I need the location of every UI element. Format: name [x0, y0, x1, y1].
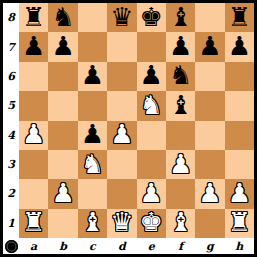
square-a5[interactable] — [19, 91, 48, 120]
black-to-move-indicator — [5, 240, 18, 253]
chess-board: 8♜♞♛♚♝♜7♟︎♟︎♟︎♟︎♟︎6♟︎♟︎♞5♞♝4♟︎♟︎♟︎3♞♟︎2♟… — [3, 3, 254, 254]
white-pawn-e2: ♟︎ — [140, 180, 163, 206]
square-c5[interactable] — [78, 91, 107, 120]
square-a7[interactable]: ♟︎ — [19, 32, 48, 61]
square-a4[interactable]: ♟︎ — [19, 121, 48, 150]
square-b7[interactable]: ♟︎ — [48, 32, 77, 61]
black-rook-h8: ♜ — [228, 4, 251, 30]
square-d3[interactable] — [107, 150, 136, 179]
white-pawn-g2: ♟︎ — [198, 180, 221, 206]
square-f3[interactable]: ♟︎ — [166, 150, 195, 179]
rank-label-7: 7 — [3, 32, 19, 61]
square-h7[interactable]: ♟︎ — [225, 32, 254, 61]
square-a6[interactable] — [19, 62, 48, 91]
file-label-b: b — [48, 238, 77, 254]
square-a1[interactable]: ♜ — [19, 209, 48, 238]
black-queen-d8: ♛ — [110, 4, 133, 30]
square-a8[interactable]: ♜ — [19, 3, 48, 32]
square-b3[interactable] — [48, 150, 77, 179]
white-pawn-a4: ♟︎ — [22, 121, 45, 147]
square-c3[interactable]: ♞ — [78, 150, 107, 179]
square-d5[interactable] — [107, 91, 136, 120]
square-e4[interactable] — [137, 121, 166, 150]
file-label-e: e — [137, 238, 166, 254]
white-pawn-d4: ♟︎ — [110, 121, 133, 147]
square-e3[interactable] — [137, 150, 166, 179]
square-f7[interactable]: ♟︎ — [166, 32, 195, 61]
square-f4[interactable] — [166, 121, 195, 150]
file-label-h: h — [225, 238, 254, 254]
file-label-g: g — [195, 238, 224, 254]
square-g1[interactable] — [195, 209, 224, 238]
black-pawn-g7: ♟︎ — [198, 33, 221, 59]
square-b2[interactable]: ♟︎ — [48, 179, 77, 208]
square-h8[interactable]: ♜ — [225, 3, 254, 32]
side-to-move-cell — [3, 238, 19, 254]
square-e5[interactable]: ♞ — [137, 91, 166, 120]
white-rook-h1: ♜ — [228, 209, 251, 235]
square-f2[interactable] — [166, 179, 195, 208]
black-pawn-a7: ♟︎ — [22, 33, 45, 59]
white-pawn-f3: ♟︎ — [169, 151, 192, 177]
square-g5[interactable] — [195, 91, 224, 120]
square-f1[interactable]: ♝ — [166, 209, 195, 238]
square-h4[interactable] — [225, 121, 254, 150]
square-b1[interactable] — [48, 209, 77, 238]
rank-label-5: 5 — [3, 91, 19, 120]
white-pawn-h2: ♟︎ — [228, 180, 251, 206]
square-e7[interactable] — [137, 32, 166, 61]
rank-label-1: 1 — [3, 209, 19, 238]
square-d1[interactable]: ♛ — [107, 209, 136, 238]
square-f6[interactable]: ♞ — [166, 62, 195, 91]
black-pawn-e6: ♟︎ — [140, 62, 163, 88]
square-g7[interactable]: ♟︎ — [195, 32, 224, 61]
file-label-c: c — [78, 238, 107, 254]
square-d4[interactable]: ♟︎ — [107, 121, 136, 150]
black-pawn-c4: ♟︎ — [81, 121, 104, 147]
white-bishop-f1: ♝ — [169, 209, 192, 235]
black-rook-a8: ♜ — [22, 4, 45, 30]
chess-diagram: 8♜♞♛♚♝♜7♟︎♟︎♟︎♟︎♟︎6♟︎♟︎♞5♞♝4♟︎♟︎♟︎3♞♟︎2♟… — [0, 0, 257, 257]
rank-label-2: 2 — [3, 179, 19, 208]
square-a2[interactable] — [19, 179, 48, 208]
square-c6[interactable]: ♟︎ — [78, 62, 107, 91]
white-queen-d1: ♛ — [110, 209, 133, 235]
square-h3[interactable] — [225, 150, 254, 179]
square-b6[interactable] — [48, 62, 77, 91]
black-knight-b8: ♞ — [51, 4, 74, 30]
white-bishop-c1: ♝ — [81, 209, 104, 235]
file-label-d: d — [107, 238, 136, 254]
square-h2[interactable]: ♟︎ — [225, 179, 254, 208]
black-pawn-b7: ♟︎ — [51, 33, 74, 59]
square-c4[interactable]: ♟︎ — [78, 121, 107, 150]
square-b5[interactable] — [48, 91, 77, 120]
white-rook-a1: ♜ — [22, 209, 45, 235]
square-e1[interactable]: ♚ — [137, 209, 166, 238]
black-knight-f6: ♞ — [169, 62, 192, 88]
square-g4[interactable] — [195, 121, 224, 150]
square-b8[interactable]: ♞ — [48, 3, 77, 32]
black-pawn-c6: ♟︎ — [81, 62, 104, 88]
white-king-e1: ♚ — [140, 209, 163, 235]
square-c8[interactable] — [78, 3, 107, 32]
square-f5[interactable]: ♝ — [166, 91, 195, 120]
square-h5[interactable] — [225, 91, 254, 120]
black-king-e8: ♚ — [140, 4, 163, 30]
square-b4[interactable] — [48, 121, 77, 150]
square-g3[interactable] — [195, 150, 224, 179]
black-pawn-h7: ♟︎ — [228, 33, 251, 59]
square-c1[interactable]: ♝ — [78, 209, 107, 238]
square-f8[interactable]: ♝ — [166, 3, 195, 32]
square-e6[interactable]: ♟︎ — [137, 62, 166, 91]
square-g2[interactable]: ♟︎ — [195, 179, 224, 208]
white-knight-e5: ♞ — [140, 92, 163, 118]
white-knight-c3: ♞ — [81, 151, 104, 177]
file-label-a: a — [19, 238, 48, 254]
square-d2[interactable] — [107, 179, 136, 208]
square-d8[interactable]: ♛ — [107, 3, 136, 32]
black-bishop-f5: ♝ — [169, 92, 192, 118]
square-g6[interactable] — [195, 62, 224, 91]
rank-label-3: 3 — [3, 150, 19, 179]
black-bishop-f8: ♝ — [169, 4, 192, 30]
square-h1[interactable]: ♜ — [225, 209, 254, 238]
square-d6[interactable] — [107, 62, 136, 91]
rank-label-6: 6 — [3, 62, 19, 91]
square-a3[interactable] — [19, 150, 48, 179]
rank-label-8: 8 — [3, 3, 19, 32]
square-c7[interactable] — [78, 32, 107, 61]
square-e2[interactable]: ♟︎ — [137, 179, 166, 208]
square-g8[interactable] — [195, 3, 224, 32]
rank-label-4: 4 — [3, 121, 19, 150]
square-c2[interactable] — [78, 179, 107, 208]
white-pawn-b2: ♟︎ — [51, 180, 74, 206]
black-pawn-f7: ♟︎ — [169, 33, 192, 59]
square-e8[interactable]: ♚ — [137, 3, 166, 32]
file-label-f: f — [166, 238, 195, 254]
square-h6[interactable] — [225, 62, 254, 91]
square-d7[interactable] — [107, 32, 136, 61]
